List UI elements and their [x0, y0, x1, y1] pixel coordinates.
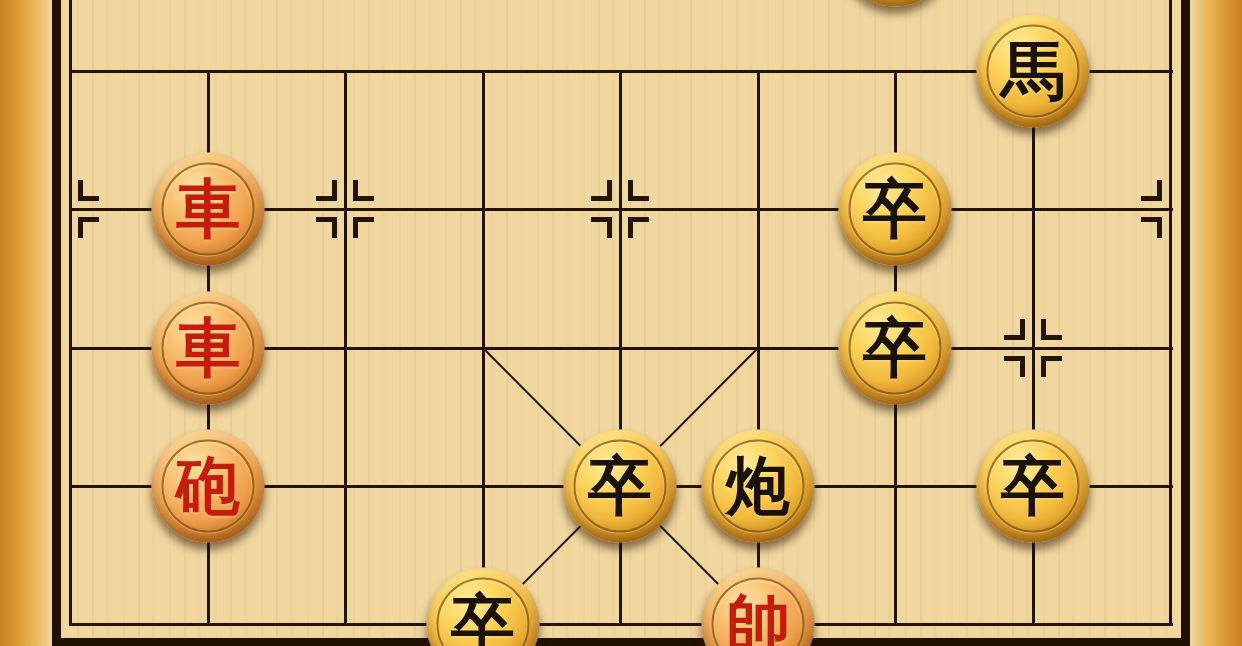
star-point-mark	[628, 217, 649, 238]
star-point-mark	[353, 180, 374, 201]
star-point-mark	[316, 180, 337, 201]
star-point-mark	[1041, 356, 1062, 377]
piece-glyph: 卒	[1001, 453, 1065, 517]
star-point-mark	[628, 180, 649, 201]
piece-glyph: 砲	[176, 453, 240, 517]
piece-glyph: 炮	[726, 453, 790, 517]
xiangqi-board: 馬卒卒卒炮卒卒車車砲帥	[0, 0, 1242, 646]
star-point-mark	[1004, 319, 1025, 340]
star-point-mark	[1041, 319, 1062, 340]
black-pawn[interactable]: 卒	[977, 430, 1090, 543]
black-pawn[interactable]: 卒	[839, 153, 952, 266]
black-pawn[interactable]: 卒	[839, 292, 952, 405]
black-cannon[interactable]: 炮	[702, 430, 815, 543]
black-pawn[interactable]: 卒	[564, 430, 677, 543]
piece-glyph: 車	[176, 315, 240, 379]
red-chariot[interactable]: 車	[152, 153, 265, 266]
star-point-mark	[591, 180, 612, 201]
star-point-mark	[591, 217, 612, 238]
piece-glyph: 卒	[863, 315, 927, 379]
star-point-mark	[353, 217, 374, 238]
star-point-mark	[1004, 356, 1025, 377]
piece-glyph: 車	[176, 176, 240, 240]
black-horse[interactable]: 馬	[977, 15, 1090, 128]
piece-glyph: 卒	[588, 453, 652, 517]
star-point-mark	[316, 217, 337, 238]
star-point-mark	[78, 180, 99, 201]
piece-glyph: 卒	[451, 591, 515, 646]
star-point-mark	[1141, 180, 1162, 201]
star-point-mark	[78, 217, 99, 238]
red-chariot[interactable]: 車	[152, 292, 265, 405]
piece-glyph: 帥	[726, 591, 790, 646]
piece-glyph: 馬	[1001, 38, 1065, 102]
piece-glyph: 卒	[863, 176, 927, 240]
red-cannon[interactable]: 砲	[152, 430, 265, 543]
star-point-mark	[1141, 217, 1162, 238]
